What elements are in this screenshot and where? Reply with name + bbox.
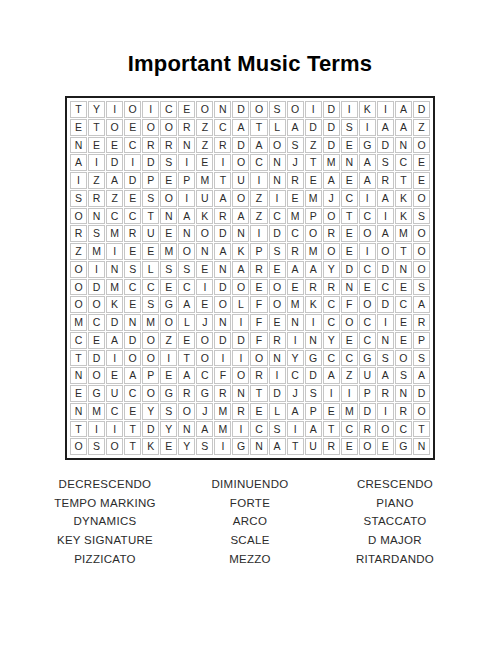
grid-cell: C xyxy=(250,154,267,171)
grid-cell: M xyxy=(323,154,340,171)
grid-cell: D xyxy=(88,350,105,367)
grid-cell: A xyxy=(178,208,195,225)
grid-cell: E xyxy=(124,243,141,260)
grid-cell: C xyxy=(88,314,105,331)
grid-cell: R xyxy=(269,332,286,349)
grid-cell: E xyxy=(142,243,159,260)
grid-cell: K xyxy=(395,190,412,207)
grid-cell: G xyxy=(359,350,376,367)
grid-cell: A xyxy=(106,332,123,349)
grid-cell: E xyxy=(395,279,412,296)
grid-cell: E xyxy=(323,403,340,420)
grid-cell: O xyxy=(305,225,322,242)
grid-cell: G xyxy=(359,137,376,154)
grid-cell: N xyxy=(377,332,394,349)
grid-cell: C xyxy=(106,208,123,225)
grid-cell: A xyxy=(413,296,430,313)
grid-cell: T xyxy=(124,421,141,438)
grid-cell: S xyxy=(142,296,159,313)
grid-cell: O xyxy=(377,243,394,260)
grid-cell: D xyxy=(106,314,123,331)
grid-cell: E xyxy=(287,279,304,296)
grid-cell: M xyxy=(214,421,231,438)
grid-cell: O xyxy=(196,350,213,367)
grid-cell: D xyxy=(305,119,322,136)
grid-cell: S xyxy=(88,438,105,455)
grid-cell: E xyxy=(341,137,358,154)
grid-cell: A xyxy=(106,172,123,189)
grid-cell: I xyxy=(377,101,394,118)
grid-cell: Z xyxy=(70,243,87,260)
grid-cell: A xyxy=(269,438,286,455)
grid-cell: A xyxy=(305,261,322,278)
grid-cell: M xyxy=(305,190,322,207)
worksheet-page: Important Music Terms TYIOICEONDOSOIDIKI… xyxy=(0,0,500,647)
grid-cell: I xyxy=(214,438,231,455)
grid-cell: T xyxy=(341,208,358,225)
grid-cell: J xyxy=(287,154,304,171)
grid-cell: A xyxy=(413,367,430,384)
grid-cell: A xyxy=(124,367,141,384)
grid-cell: N xyxy=(178,137,195,154)
grid-cell: R xyxy=(323,279,340,296)
grid-cell: D xyxy=(377,296,394,313)
grid-cell: I xyxy=(88,261,105,278)
grid-cell: D xyxy=(232,137,249,154)
grid-cell: N xyxy=(214,314,231,331)
grid-cell: Y xyxy=(178,438,195,455)
grid-cell: S xyxy=(70,190,87,207)
grid-cell: I xyxy=(160,350,177,367)
grid-cell: I xyxy=(106,421,123,438)
grid-cell: F xyxy=(250,296,267,313)
grid-cell: A xyxy=(377,367,394,384)
grid-cell: N xyxy=(341,154,358,171)
grid-cell: E xyxy=(124,190,141,207)
grid-cell: Z xyxy=(106,190,123,207)
grid-cell: A xyxy=(287,403,304,420)
grid-cell: O xyxy=(341,314,358,331)
grid-cell: E xyxy=(70,119,87,136)
grid-cell: E xyxy=(178,332,195,349)
grid-cell: S xyxy=(413,279,430,296)
grid-cell: E xyxy=(341,172,358,189)
grid-cell: N xyxy=(250,438,267,455)
grid-cell: I xyxy=(323,385,340,402)
grid-cell: G xyxy=(305,350,322,367)
grid-cell: D xyxy=(377,261,394,278)
grid-cell: E xyxy=(70,385,87,402)
grid-cell: A xyxy=(250,137,267,154)
grid-cell: R xyxy=(377,172,394,189)
grid-cell: E xyxy=(178,101,195,118)
grid-cell: I xyxy=(232,314,249,331)
grid-cell: Y xyxy=(160,421,177,438)
grid-cell: S xyxy=(377,154,394,171)
grid-cell: O xyxy=(196,225,213,242)
grid-cell: N xyxy=(413,438,430,455)
grid-cell: O xyxy=(124,350,141,367)
grid-cell: N xyxy=(124,314,141,331)
grid-cell: M xyxy=(305,243,322,260)
grid-cell: F xyxy=(341,296,358,313)
grid-cell: P xyxy=(250,243,267,260)
grid-cell: A xyxy=(287,261,304,278)
grid-cell: S xyxy=(395,367,412,384)
grid-cell: O xyxy=(142,119,159,136)
grid-cell: A xyxy=(214,190,231,207)
grid-cell: E xyxy=(124,119,141,136)
grid-cell: T xyxy=(413,421,430,438)
grid-cell: A xyxy=(377,225,394,242)
grid-cell: G xyxy=(395,438,412,455)
grid-cell: I xyxy=(178,190,195,207)
word-list-item: DYNAMICS xyxy=(40,512,170,531)
grid-cell: T xyxy=(70,101,87,118)
grid-cell: G xyxy=(160,296,177,313)
grid-cell: S xyxy=(196,438,213,455)
word-list-item: FORTE xyxy=(185,494,315,513)
grid-cell: S xyxy=(160,154,177,171)
grid-cell: O xyxy=(142,332,159,349)
grid-cell: C xyxy=(395,296,412,313)
grid-cell: I xyxy=(70,172,87,189)
grid-cell: E xyxy=(269,261,286,278)
grid-cell: D xyxy=(214,332,231,349)
word-search-board: TYIOICEONDOSOIDIKIADETOEOORZCATLADDSIAAZ… xyxy=(65,96,435,460)
grid-cell: Z xyxy=(196,119,213,136)
grid-cell: R xyxy=(88,190,105,207)
grid-cell: A xyxy=(232,208,249,225)
grid-cell: C xyxy=(395,421,412,438)
grid-cell: Z xyxy=(250,190,267,207)
grid-cell: M xyxy=(287,208,304,225)
grid-cell: A xyxy=(178,296,195,313)
grid-cell: C xyxy=(160,101,177,118)
grid-cell: O xyxy=(88,296,105,313)
grid-cell: O xyxy=(88,367,105,384)
grid-cell: O xyxy=(178,403,195,420)
grid-cell: P xyxy=(413,332,430,349)
grid-cell: N xyxy=(305,332,322,349)
grid-cell: S xyxy=(178,261,195,278)
word-list-column-1: DECRESCENDO TEMPO MARKING DYNAMICS KEY S… xyxy=(40,475,170,569)
word-list-item: MEZZO xyxy=(185,550,315,569)
grid-cell: S xyxy=(142,190,159,207)
grid-cell: O xyxy=(359,225,376,242)
grid-cell: Z xyxy=(413,119,430,136)
grid-cell: F xyxy=(250,332,267,349)
grid-cell: C xyxy=(250,421,267,438)
grid-cell: S xyxy=(269,421,286,438)
grid-cell: E xyxy=(341,332,358,349)
grid-cell: C xyxy=(178,279,195,296)
grid-cell: I xyxy=(377,208,394,225)
grid-cell: I xyxy=(287,332,304,349)
grid-cell: A xyxy=(196,421,213,438)
grid-cell: R xyxy=(250,261,267,278)
grid-cell: I xyxy=(142,101,159,118)
grid-cell: E xyxy=(269,314,286,331)
grid-cell: I xyxy=(214,350,231,367)
grid-cell: O xyxy=(269,296,286,313)
puzzle-title: Important Music Terms xyxy=(0,0,500,77)
grid-cell: T xyxy=(178,350,195,367)
word-list-item: DIMINUENDO xyxy=(185,475,315,494)
grid-cell: T xyxy=(395,172,412,189)
grid-cell: P xyxy=(142,367,159,384)
grid-cell: S xyxy=(305,385,322,402)
grid-cell: A xyxy=(305,421,322,438)
grid-cell: N xyxy=(70,137,87,154)
word-list-item: STACCATO xyxy=(330,512,460,531)
grid-cell: G xyxy=(160,385,177,402)
grid-cell: O xyxy=(395,350,412,367)
grid-cell: T xyxy=(70,350,87,367)
grid-cell: A xyxy=(214,243,231,260)
grid-cell: D xyxy=(269,385,286,402)
grid-cell: K xyxy=(305,296,322,313)
grid-cell: E xyxy=(287,190,304,207)
grid-cell: D xyxy=(124,172,141,189)
grid-cell: O xyxy=(70,208,87,225)
grid-cell: O xyxy=(413,403,430,420)
grid-cell: D xyxy=(214,225,231,242)
grid-cell: N xyxy=(395,385,412,402)
grid-cell: I xyxy=(359,119,376,136)
grid-cell: R xyxy=(160,137,177,154)
grid-cell: T xyxy=(305,154,322,171)
grid-cell: N xyxy=(232,225,249,242)
word-list-item: RITARDANDO xyxy=(330,550,460,569)
grid-cell: E xyxy=(359,279,376,296)
grid-cell: M xyxy=(88,403,105,420)
grid-cell: S xyxy=(269,243,286,260)
grid-cell: N xyxy=(196,243,213,260)
grid-cell: U xyxy=(196,190,213,207)
grid-cell: T xyxy=(124,438,141,455)
grid-cell: I xyxy=(88,421,105,438)
grid-cell: N xyxy=(287,314,304,331)
grid-cell: U xyxy=(106,385,123,402)
grid-cell: N xyxy=(341,279,358,296)
grid-cell: C xyxy=(359,208,376,225)
grid-cell: R xyxy=(250,367,267,384)
grid-cell: D xyxy=(359,403,376,420)
grid-cell: K xyxy=(142,438,159,455)
grid-cell: D xyxy=(305,367,322,384)
grid-cell: N xyxy=(178,225,195,242)
grid-cell: J xyxy=(196,403,213,420)
grid-cell: E xyxy=(88,332,105,349)
grid-cell: O xyxy=(232,367,249,384)
grid-cell: E xyxy=(160,225,177,242)
grid-cell: I xyxy=(214,154,231,171)
grid-cell: M xyxy=(88,243,105,260)
grid-cell: D xyxy=(323,137,340,154)
grid-cell: I xyxy=(269,367,286,384)
grid-cell: D xyxy=(88,279,105,296)
grid-cell: R xyxy=(287,243,304,260)
grid-cell: U xyxy=(142,225,159,242)
grid-cell: R xyxy=(178,385,195,402)
grid-cell: E xyxy=(88,137,105,154)
grid-cell: T xyxy=(395,243,412,260)
grid-cell: A xyxy=(323,172,340,189)
grid-cell: S xyxy=(287,137,304,154)
grid-cell: O xyxy=(70,296,87,313)
grid-cell: E xyxy=(341,243,358,260)
grid-cell: O xyxy=(413,243,430,260)
grid-cell: T xyxy=(323,421,340,438)
grid-cell: S xyxy=(341,119,358,136)
grid-cell: O xyxy=(196,101,213,118)
grid-cell: A xyxy=(377,190,394,207)
grid-cell: M xyxy=(70,314,87,331)
grid-cell: A xyxy=(70,154,87,171)
grid-cell: O xyxy=(214,296,231,313)
grid-cell: O xyxy=(269,137,286,154)
grid-cell: L xyxy=(269,119,286,136)
grid-cell: O xyxy=(287,101,304,118)
grid-cell: I xyxy=(305,314,322,331)
grid-cell: P xyxy=(305,403,322,420)
grid-cell: C xyxy=(287,367,304,384)
grid-cell: U xyxy=(232,172,249,189)
grid-cell: D xyxy=(214,279,231,296)
grid-cell: O xyxy=(196,332,213,349)
grid-cell: S xyxy=(124,261,141,278)
grid-cell: I xyxy=(341,101,358,118)
grid-cell: I xyxy=(377,403,394,420)
grid-cell: O xyxy=(142,385,159,402)
grid-cell: N xyxy=(178,421,195,438)
grid-cell: O xyxy=(106,119,123,136)
grid-cell: C xyxy=(196,367,213,384)
grid-cell: I xyxy=(232,350,249,367)
grid-cell: F xyxy=(250,314,267,331)
grid-cell: I xyxy=(269,190,286,207)
grid-cell: C xyxy=(395,154,412,171)
grid-cell: O xyxy=(124,101,141,118)
grid-cell: D xyxy=(377,137,394,154)
grid-cell: O xyxy=(359,438,376,455)
grid-cell: C xyxy=(377,279,394,296)
word-list: DECRESCENDO TEMPO MARKING DYNAMICS KEY S… xyxy=(0,475,500,569)
grid-cell: O xyxy=(359,296,376,313)
grid-cell: I xyxy=(250,172,267,189)
grid-cell: T xyxy=(214,172,231,189)
grid-cell: D xyxy=(323,119,340,136)
grid-cell: I xyxy=(250,225,267,242)
grid-cell: C xyxy=(359,261,376,278)
grid-cell: Y xyxy=(323,332,340,349)
grid-cell: O xyxy=(323,208,340,225)
grid-cell: S xyxy=(88,225,105,242)
grid-cell: R xyxy=(395,403,412,420)
grid-cell: G xyxy=(88,385,105,402)
grid-cell: C xyxy=(341,421,358,438)
grid-cell: P xyxy=(142,172,159,189)
word-search-grid: TYIOICEONDOSOIDIKIADETOEOORZCATLADDSIAAZ… xyxy=(70,101,430,455)
grid-cell: I xyxy=(106,350,123,367)
grid-cell: E xyxy=(395,314,412,331)
grid-cell: N xyxy=(232,385,249,402)
grid-cell: O xyxy=(413,225,430,242)
grid-cell: R xyxy=(287,172,304,189)
word-list-item: TEMPO MARKING xyxy=(40,494,170,513)
grid-cell: R xyxy=(323,438,340,455)
grid-cell: D xyxy=(142,421,159,438)
grid-cell: A xyxy=(232,261,249,278)
grid-cell: O xyxy=(413,190,430,207)
grid-cell: M xyxy=(142,314,159,331)
grid-cell: N xyxy=(88,208,105,225)
grid-cell: E xyxy=(160,279,177,296)
grid-cell: A xyxy=(178,367,195,384)
grid-cell: O xyxy=(142,350,159,367)
grid-cell: U xyxy=(305,438,322,455)
grid-cell: R xyxy=(124,225,141,242)
grid-cell: R xyxy=(70,225,87,242)
grid-cell: D xyxy=(323,101,340,118)
grid-cell: M xyxy=(287,296,304,313)
grid-cell: Y xyxy=(287,350,304,367)
grid-cell: L xyxy=(269,403,286,420)
grid-cell: C xyxy=(323,314,340,331)
grid-cell: E xyxy=(160,438,177,455)
grid-cell: E xyxy=(413,172,430,189)
grid-cell: R xyxy=(142,137,159,154)
grid-cell: C xyxy=(124,137,141,154)
grid-cell: M xyxy=(160,243,177,260)
grid-cell: J xyxy=(287,385,304,402)
grid-cell: C xyxy=(106,403,123,420)
grid-cell: A xyxy=(395,101,412,118)
grid-cell: M xyxy=(214,403,231,420)
grid-cell: M xyxy=(395,225,412,242)
grid-cell: I xyxy=(178,154,195,171)
grid-cell: O xyxy=(232,279,249,296)
grid-cell: D xyxy=(232,332,249,349)
grid-cell: I xyxy=(305,101,322,118)
grid-cell: N xyxy=(395,137,412,154)
grid-cell: O xyxy=(160,314,177,331)
word-list-item: PIANO xyxy=(330,494,460,513)
word-list-item: CRESCENDO xyxy=(330,475,460,494)
grid-cell: J xyxy=(196,314,213,331)
grid-cell: E xyxy=(124,403,141,420)
grid-cell: L xyxy=(178,314,195,331)
grid-cell: D xyxy=(413,101,430,118)
grid-cell: Z xyxy=(88,172,105,189)
grid-cell: Z xyxy=(305,137,322,154)
grid-cell: N xyxy=(269,350,286,367)
grid-cell: N xyxy=(269,172,286,189)
grid-cell: Z xyxy=(196,137,213,154)
grid-cell: K xyxy=(395,208,412,225)
grid-cell: I xyxy=(359,190,376,207)
grid-cell: D xyxy=(124,332,141,349)
word-list-item: DECRESCENDO xyxy=(40,475,170,494)
grid-cell: N xyxy=(160,208,177,225)
grid-cell: R xyxy=(323,225,340,242)
word-list-column-2: DIMINUENDO FORTE ARCO SCALE MEZZO xyxy=(185,475,315,569)
grid-cell: M xyxy=(106,225,123,242)
grid-cell: I xyxy=(287,421,304,438)
grid-cell: E xyxy=(377,438,394,455)
grid-cell: A xyxy=(232,119,249,136)
